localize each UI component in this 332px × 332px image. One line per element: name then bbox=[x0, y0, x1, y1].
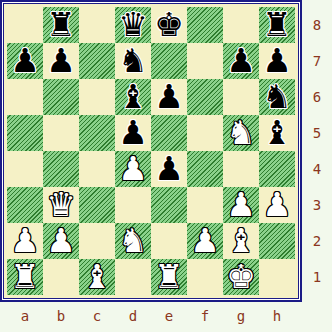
square-g8[interactable] bbox=[223, 7, 259, 43]
square-c5[interactable] bbox=[79, 115, 115, 151]
square-g6[interactable] bbox=[223, 79, 259, 115]
square-a2[interactable]: ♟ bbox=[7, 223, 43, 259]
piece-black-pawn[interactable]: ♟ bbox=[262, 43, 292, 79]
piece-white-pawn[interactable]: ♟ bbox=[10, 223, 40, 259]
square-f7[interactable] bbox=[187, 43, 223, 79]
file-label-h: h bbox=[259, 301, 295, 331]
square-b7[interactable]: ♟ bbox=[43, 43, 79, 79]
piece-white-king[interactable]: ♚ bbox=[226, 259, 256, 295]
rank-label-7: 7 bbox=[302, 43, 332, 79]
square-d4[interactable]: ♟ bbox=[115, 151, 151, 187]
rank-label-8: 8 bbox=[302, 7, 332, 43]
square-f8[interactable] bbox=[187, 7, 223, 43]
file-labels: abcdefgh bbox=[7, 301, 295, 331]
square-a7[interactable]: ♟ bbox=[7, 43, 43, 79]
piece-black-pawn[interactable]: ♟ bbox=[118, 115, 148, 151]
rank-labels: 87654321 bbox=[302, 7, 332, 295]
square-b1[interactable] bbox=[43, 259, 79, 295]
square-a8[interactable] bbox=[7, 7, 43, 43]
piece-black-knight[interactable]: ♞ bbox=[118, 43, 148, 79]
square-a5[interactable] bbox=[7, 115, 43, 151]
rank-label-5: 5 bbox=[302, 115, 332, 151]
square-e2[interactable] bbox=[151, 223, 187, 259]
square-e5[interactable] bbox=[151, 115, 187, 151]
square-f6[interactable] bbox=[187, 79, 223, 115]
square-d5[interactable]: ♟ bbox=[115, 115, 151, 151]
piece-black-pawn[interactable]: ♟ bbox=[154, 79, 184, 115]
square-h1[interactable] bbox=[259, 259, 295, 295]
piece-black-king[interactable]: ♚ bbox=[154, 7, 184, 43]
file-label-b: b bbox=[43, 301, 79, 331]
piece-black-pawn[interactable]: ♟ bbox=[46, 43, 76, 79]
file-label-f: f bbox=[187, 301, 223, 331]
square-e4[interactable]: ♟ bbox=[151, 151, 187, 187]
square-b6[interactable] bbox=[43, 79, 79, 115]
piece-black-pawn[interactable]: ♟ bbox=[10, 43, 40, 79]
square-b3[interactable]: ♛ bbox=[43, 187, 79, 223]
square-b2[interactable]: ♟ bbox=[43, 223, 79, 259]
square-e8[interactable]: ♚ bbox=[151, 7, 187, 43]
square-d7[interactable]: ♞ bbox=[115, 43, 151, 79]
board-frame-inner: ♜♛♚♜♟♟♞♟♟♝♟♞♟♞♝♟♟♛♟♟♟♟♞♟♝♜♝♜♚ bbox=[3, 3, 299, 299]
square-c1[interactable]: ♝ bbox=[79, 259, 115, 295]
square-c7[interactable] bbox=[79, 43, 115, 79]
square-g2[interactable]: ♝ bbox=[223, 223, 259, 259]
piece-black-knight[interactable]: ♞ bbox=[262, 79, 292, 115]
square-b4[interactable] bbox=[43, 151, 79, 187]
square-h5[interactable]: ♝ bbox=[259, 115, 295, 151]
file-label-c: c bbox=[79, 301, 115, 331]
piece-white-knight[interactable]: ♞ bbox=[118, 223, 148, 259]
piece-white-rook[interactable]: ♜ bbox=[10, 259, 40, 295]
piece-black-bishop[interactable]: ♝ bbox=[118, 79, 148, 115]
square-h8[interactable]: ♜ bbox=[259, 7, 295, 43]
square-h2[interactable] bbox=[259, 223, 295, 259]
square-d3[interactable] bbox=[115, 187, 151, 223]
square-f2[interactable]: ♟ bbox=[187, 223, 223, 259]
square-e7[interactable] bbox=[151, 43, 187, 79]
file-label-g: g bbox=[223, 301, 259, 331]
piece-white-knight[interactable]: ♞ bbox=[226, 115, 256, 151]
piece-black-bishop[interactable]: ♝ bbox=[262, 115, 292, 151]
square-d6[interactable]: ♝ bbox=[115, 79, 151, 115]
piece-black-queen[interactable]: ♛ bbox=[118, 7, 148, 43]
rank-label-2: 2 bbox=[302, 223, 332, 259]
file-label-d: d bbox=[115, 301, 151, 331]
square-d2[interactable]: ♞ bbox=[115, 223, 151, 259]
square-e1[interactable]: ♜ bbox=[151, 259, 187, 295]
piece-white-bishop[interactable]: ♝ bbox=[82, 259, 112, 295]
square-f1[interactable] bbox=[187, 259, 223, 295]
piece-white-pawn[interactable]: ♟ bbox=[262, 187, 292, 223]
square-h6[interactable]: ♞ bbox=[259, 79, 295, 115]
square-e3[interactable] bbox=[151, 187, 187, 223]
rank-label-4: 4 bbox=[302, 151, 332, 187]
square-g3[interactable]: ♟ bbox=[223, 187, 259, 223]
square-a3[interactable] bbox=[7, 187, 43, 223]
square-c2[interactable] bbox=[79, 223, 115, 259]
square-f5[interactable] bbox=[187, 115, 223, 151]
rank-label-6: 6 bbox=[302, 79, 332, 115]
square-b5[interactable] bbox=[43, 115, 79, 151]
piece-white-pawn[interactable]: ♟ bbox=[226, 187, 256, 223]
piece-black-pawn[interactable]: ♟ bbox=[226, 43, 256, 79]
file-label-a: a bbox=[7, 301, 43, 331]
square-e6[interactable]: ♟ bbox=[151, 79, 187, 115]
square-g4[interactable] bbox=[223, 151, 259, 187]
square-f4[interactable] bbox=[187, 151, 223, 187]
square-b8[interactable]: ♜ bbox=[43, 7, 79, 43]
piece-white-pawn[interactable]: ♟ bbox=[46, 223, 76, 259]
square-h3[interactable]: ♟ bbox=[259, 187, 295, 223]
square-c4[interactable] bbox=[79, 151, 115, 187]
board-frame-outer: ♜♛♚♜♟♟♞♟♟♝♟♞♟♞♝♟♟♛♟♟♟♟♞♟♝♜♝♜♚ bbox=[0, 0, 302, 302]
square-c8[interactable] bbox=[79, 7, 115, 43]
chess-diagram-page: ♜♛♚♜♟♟♞♟♟♝♟♞♟♞♝♟♟♛♟♟♟♟♞♟♝♜♝♜♚ 87654321 a… bbox=[0, 0, 332, 332]
square-d1[interactable] bbox=[115, 259, 151, 295]
piece-white-bishop[interactable]: ♝ bbox=[226, 223, 256, 259]
file-label-e: e bbox=[151, 301, 187, 331]
rank-label-3: 3 bbox=[302, 187, 332, 223]
piece-black-rook[interactable]: ♜ bbox=[262, 7, 292, 43]
square-h4[interactable] bbox=[259, 151, 295, 187]
rank-label-1: 1 bbox=[302, 259, 332, 295]
chess-board: ♜♛♚♜♟♟♞♟♟♝♟♞♟♞♝♟♟♛♟♟♟♟♞♟♝♜♝♜♚ bbox=[7, 7, 295, 295]
square-a1[interactable]: ♜ bbox=[7, 259, 43, 295]
piece-black-pawn[interactable]: ♟ bbox=[154, 151, 184, 187]
piece-white-queen[interactable]: ♛ bbox=[46, 187, 76, 223]
square-g7[interactable]: ♟ bbox=[223, 43, 259, 79]
square-g1[interactable]: ♚ bbox=[223, 259, 259, 295]
board-frame-white-line: ♜♛♚♜♟♟♞♟♟♝♟♞♟♞♝♟♟♛♟♟♟♟♞♟♝♜♝♜♚ bbox=[2, 2, 300, 300]
square-a6[interactable] bbox=[7, 79, 43, 115]
square-f3[interactable] bbox=[187, 187, 223, 223]
piece-white-pawn[interactable]: ♟ bbox=[190, 223, 220, 259]
piece-black-rook[interactable]: ♜ bbox=[46, 7, 76, 43]
square-a4[interactable] bbox=[7, 151, 43, 187]
square-c3[interactable] bbox=[79, 187, 115, 223]
square-c6[interactable] bbox=[79, 79, 115, 115]
piece-white-rook[interactable]: ♜ bbox=[154, 259, 184, 295]
piece-white-pawn[interactable]: ♟ bbox=[118, 151, 148, 187]
square-d8[interactable]: ♛ bbox=[115, 7, 151, 43]
square-g5[interactable]: ♞ bbox=[223, 115, 259, 151]
square-h7[interactable]: ♟ bbox=[259, 43, 295, 79]
